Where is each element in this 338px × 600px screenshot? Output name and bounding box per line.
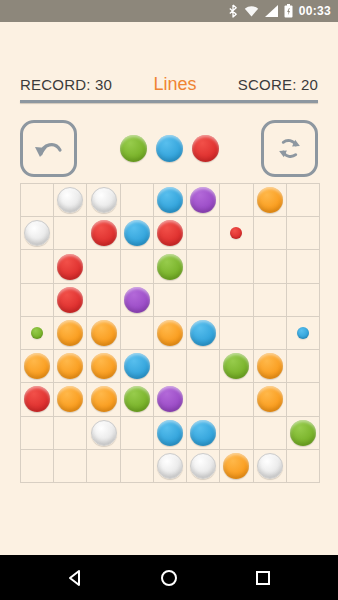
board-cell[interactable] (220, 284, 252, 316)
board-cell[interactable] (254, 383, 286, 415)
ball-blue[interactable] (124, 353, 150, 379)
board-cell[interactable] (154, 317, 186, 349)
board-cell[interactable] (220, 250, 252, 282)
ball-white[interactable] (91, 187, 117, 213)
ball-red[interactable] (91, 220, 117, 246)
board-cell[interactable] (187, 450, 219, 482)
board-cell[interactable] (187, 383, 219, 415)
board-cell[interactable] (87, 450, 119, 482)
board-cell[interactable] (54, 350, 86, 382)
board-cell[interactable] (254, 217, 286, 249)
board-cell[interactable] (21, 350, 53, 382)
controls-row (20, 120, 318, 177)
board-cell[interactable] (87, 317, 119, 349)
ball-blue[interactable] (157, 187, 183, 213)
app-screen: 00:33 RECORD: 30 Lines SCORE: 20 (0, 0, 338, 600)
board-cell[interactable] (154, 217, 186, 249)
board-cell[interactable] (187, 184, 219, 216)
ball-red[interactable] (157, 220, 183, 246)
board-cell[interactable] (254, 417, 286, 449)
home-button[interactable] (158, 567, 180, 589)
board-cell[interactable] (154, 350, 186, 382)
board-cell[interactable] (121, 250, 153, 282)
ball-blue[interactable] (190, 320, 216, 346)
board-cell[interactable] (21, 184, 53, 216)
board-cell[interactable] (87, 383, 119, 415)
recents-button[interactable] (252, 567, 274, 589)
ball-green[interactable] (157, 254, 183, 280)
board-cell[interactable] (87, 284, 119, 316)
ball-orange[interactable] (91, 320, 117, 346)
ball-purple[interactable] (157, 386, 183, 412)
board-cell[interactable] (121, 417, 153, 449)
ball-orange[interactable] (257, 353, 283, 379)
next-ball-red (192, 135, 219, 162)
ball-white[interactable] (57, 187, 83, 213)
ball-white[interactable] (91, 420, 117, 446)
ball-orange[interactable] (257, 187, 283, 213)
undo-button[interactable] (20, 120, 77, 177)
board-cell[interactable] (121, 350, 153, 382)
ball-red[interactable] (57, 287, 83, 313)
board-cell[interactable] (54, 250, 86, 282)
board-cell[interactable] (21, 217, 53, 249)
ball-orange[interactable] (91, 353, 117, 379)
ball-red[interactable] (57, 254, 83, 280)
board-cell[interactable] (121, 284, 153, 316)
next-ball-blue (156, 135, 183, 162)
ball-blue[interactable] (190, 420, 216, 446)
board-cell[interactable] (254, 250, 286, 282)
board-cell[interactable] (154, 284, 186, 316)
board-cell[interactable] (287, 184, 319, 216)
board-cell[interactable] (21, 317, 53, 349)
ball-orange[interactable] (57, 320, 83, 346)
board-cell[interactable] (254, 184, 286, 216)
board-cell[interactable] (21, 450, 53, 482)
board-cell[interactable] (154, 383, 186, 415)
board-cell[interactable] (87, 350, 119, 382)
board-cell[interactable] (187, 417, 219, 449)
undo-arrow-icon (32, 136, 66, 162)
board-cell[interactable] (287, 450, 319, 482)
battery-charging-icon (284, 4, 293, 18)
nav-bar (0, 555, 338, 600)
board-cell[interactable] (287, 250, 319, 282)
back-button[interactable] (64, 567, 86, 589)
board-cell[interactable] (187, 350, 219, 382)
board-cell[interactable] (154, 417, 186, 449)
board-cell[interactable] (287, 383, 319, 415)
ball-white[interactable] (157, 453, 183, 479)
board-cell[interactable] (187, 284, 219, 316)
board-cell[interactable] (87, 417, 119, 449)
board-cell[interactable] (21, 383, 53, 415)
ball-red-small[interactable] (230, 227, 242, 239)
board-cell[interactable] (220, 350, 252, 382)
board-cell[interactable] (287, 350, 319, 382)
board-cell[interactable] (220, 417, 252, 449)
ball-blue-small[interactable] (297, 327, 309, 339)
board-cell[interactable] (54, 450, 86, 482)
ball-purple[interactable] (124, 287, 150, 313)
ball-orange[interactable] (57, 386, 83, 412)
next-balls (120, 135, 219, 162)
ball-orange[interactable] (24, 353, 50, 379)
board-cell[interactable] (54, 184, 86, 216)
ball-blue[interactable] (157, 420, 183, 446)
home-icon (159, 568, 179, 588)
board-cell[interactable] (154, 450, 186, 482)
board-cell[interactable] (121, 383, 153, 415)
ball-blue[interactable] (124, 220, 150, 246)
board-cell[interactable] (154, 250, 186, 282)
board-cell[interactable] (54, 417, 86, 449)
board-cell[interactable] (287, 417, 319, 449)
board (20, 183, 320, 483)
ball-purple[interactable] (190, 187, 216, 213)
ball-orange[interactable] (57, 353, 83, 379)
board-cell[interactable] (287, 217, 319, 249)
board-cell[interactable] (54, 317, 86, 349)
board-cell[interactable] (220, 317, 252, 349)
board-cell[interactable] (187, 250, 219, 282)
signal-icon (265, 5, 278, 17)
header-divider (20, 100, 318, 103)
board-cell[interactable] (220, 450, 252, 482)
board-cell[interactable] (254, 317, 286, 349)
board-cell[interactable] (87, 250, 119, 282)
board-cell[interactable] (154, 184, 186, 216)
board-cell[interactable] (54, 284, 86, 316)
ball-green-small[interactable] (31, 327, 43, 339)
page-title: Lines (153, 74, 196, 95)
next-ball-green (120, 135, 147, 162)
bluetooth-icon (228, 4, 238, 18)
board-cell[interactable] (87, 184, 119, 216)
clock: 00:33 (299, 4, 331, 18)
ball-orange[interactable] (157, 320, 183, 346)
ball-white[interactable] (257, 453, 283, 479)
board-cell[interactable] (21, 284, 53, 316)
recents-icon (253, 568, 273, 588)
score-label: SCORE: 20 (238, 76, 318, 93)
board-cell[interactable] (21, 250, 53, 282)
wifi-icon (244, 5, 259, 17)
board-cell[interactable] (121, 317, 153, 349)
board-cell[interactable] (187, 217, 219, 249)
refresh-button[interactable] (261, 120, 318, 177)
ball-orange[interactable] (91, 386, 117, 412)
board-cell[interactable] (287, 317, 319, 349)
board-cell[interactable] (21, 417, 53, 449)
ball-green[interactable] (290, 420, 316, 446)
record-label: RECORD: 30 (20, 76, 112, 93)
board-cell[interactable] (220, 383, 252, 415)
board-cell[interactable] (121, 184, 153, 216)
board-cell[interactable] (254, 350, 286, 382)
board-cell[interactable] (220, 184, 252, 216)
board-cell[interactable] (254, 450, 286, 482)
board-cell[interactable] (87, 217, 119, 249)
ball-green[interactable] (124, 386, 150, 412)
board-cell[interactable] (187, 317, 219, 349)
ball-green[interactable] (223, 353, 249, 379)
board-cell[interactable] (220, 217, 252, 249)
board-cell[interactable] (54, 383, 86, 415)
ball-white[interactable] (24, 220, 50, 246)
ball-orange[interactable] (223, 453, 249, 479)
ball-red[interactable] (24, 386, 50, 412)
back-icon (65, 568, 85, 588)
board-cell[interactable] (54, 217, 86, 249)
ball-white[interactable] (190, 453, 216, 479)
board-cell[interactable] (121, 217, 153, 249)
ball-orange[interactable] (257, 386, 283, 412)
board-cell[interactable] (254, 284, 286, 316)
board-cell[interactable] (121, 450, 153, 482)
board-cell[interactable] (287, 284, 319, 316)
status-bar: 00:33 (0, 0, 338, 22)
refresh-arrows-icon (276, 135, 303, 162)
header: RECORD: 30 Lines SCORE: 20 (20, 74, 318, 95)
